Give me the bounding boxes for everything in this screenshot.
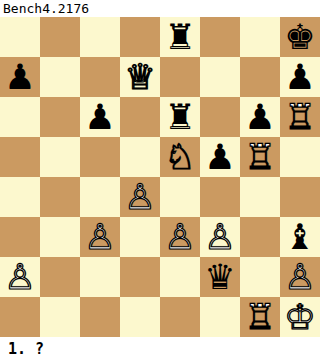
square-f2[interactable]: ♛ [200, 257, 240, 297]
piece-black-pawn[interactable]: ♟ [84, 97, 115, 137]
square-d1[interactable] [120, 297, 160, 337]
square-c3[interactable]: ♙ [80, 217, 120, 257]
piece-white-rook[interactable]: ♖ [244, 137, 275, 177]
piece-black-pawn[interactable]: ♟ [244, 97, 275, 137]
square-e1[interactable] [160, 297, 200, 337]
square-b2[interactable] [40, 257, 80, 297]
square-e5[interactable]: ♘ [160, 137, 200, 177]
square-c1[interactable] [80, 297, 120, 337]
square-a8[interactable] [0, 17, 40, 57]
square-a7[interactable]: ♟ [0, 57, 40, 97]
square-b1[interactable] [40, 297, 80, 337]
square-g6[interactable]: ♟ [240, 97, 280, 137]
position-title: Bench4.2176 [0, 0, 320, 17]
square-h6[interactable]: ♖ [280, 97, 320, 137]
square-h5[interactable] [280, 137, 320, 177]
square-a1[interactable] [0, 297, 40, 337]
square-e7[interactable] [160, 57, 200, 97]
piece-black-pawn[interactable]: ♟ [204, 137, 235, 177]
square-h3[interactable]: ♝ [280, 217, 320, 257]
square-g1[interactable]: ♖ [240, 297, 280, 337]
square-g5[interactable]: ♖ [240, 137, 280, 177]
piece-black-pawn[interactable]: ♟ [4, 57, 35, 97]
square-d8[interactable] [120, 17, 160, 57]
square-b5[interactable] [40, 137, 80, 177]
square-a4[interactable] [0, 177, 40, 217]
square-d3[interactable] [120, 217, 160, 257]
chess-board: ♜♚♟♕♟♟♜♟♖♘♟♖♙♙♙♙♝♙♛♙♖♔ [0, 17, 320, 337]
piece-white-knight[interactable]: ♘ [164, 137, 195, 177]
square-c4[interactable] [80, 177, 120, 217]
square-e6[interactable]: ♜ [160, 97, 200, 137]
square-d5[interactable] [120, 137, 160, 177]
piece-white-queen[interactable]: ♕ [124, 57, 155, 97]
square-b3[interactable] [40, 217, 80, 257]
square-d7[interactable]: ♕ [120, 57, 160, 97]
piece-black-pawn[interactable]: ♟ [284, 57, 315, 97]
square-g8[interactable] [240, 17, 280, 57]
square-a5[interactable] [0, 137, 40, 177]
square-a2[interactable]: ♙ [0, 257, 40, 297]
square-g4[interactable] [240, 177, 280, 217]
square-c7[interactable] [80, 57, 120, 97]
piece-black-king[interactable]: ♚ [284, 17, 315, 57]
piece-white-rook[interactable]: ♖ [284, 97, 315, 137]
square-b7[interactable] [40, 57, 80, 97]
square-f1[interactable] [200, 297, 240, 337]
square-e2[interactable] [160, 257, 200, 297]
square-f5[interactable]: ♟ [200, 137, 240, 177]
square-g7[interactable] [240, 57, 280, 97]
piece-black-rook[interactable]: ♜ [164, 17, 195, 57]
square-h8[interactable]: ♚ [280, 17, 320, 57]
square-h4[interactable] [280, 177, 320, 217]
square-f6[interactable] [200, 97, 240, 137]
square-b8[interactable] [40, 17, 80, 57]
square-e3[interactable]: ♙ [160, 217, 200, 257]
square-e8[interactable]: ♜ [160, 17, 200, 57]
piece-white-pawn[interactable]: ♙ [164, 217, 195, 257]
square-a6[interactable] [0, 97, 40, 137]
piece-white-king[interactable]: ♔ [284, 297, 315, 337]
piece-white-pawn[interactable]: ♙ [4, 257, 35, 297]
piece-white-pawn[interactable]: ♙ [204, 217, 235, 257]
square-d4[interactable]: ♙ [120, 177, 160, 217]
piece-white-pawn[interactable]: ♙ [124, 177, 155, 217]
square-c2[interactable] [80, 257, 120, 297]
square-f3[interactable]: ♙ [200, 217, 240, 257]
square-f7[interactable] [200, 57, 240, 97]
piece-white-rook[interactable]: ♖ [244, 297, 275, 337]
square-d6[interactable] [120, 97, 160, 137]
piece-white-pawn[interactable]: ♙ [84, 217, 115, 257]
move-prompt: 1. ? [0, 337, 320, 360]
square-b4[interactable] [40, 177, 80, 217]
square-h7[interactable]: ♟ [280, 57, 320, 97]
square-g3[interactable] [240, 217, 280, 257]
square-h2[interactable]: ♙ [280, 257, 320, 297]
square-f4[interactable] [200, 177, 240, 217]
piece-black-rook[interactable]: ♜ [164, 97, 195, 137]
piece-white-pawn[interactable]: ♙ [284, 257, 315, 297]
piece-black-bishop[interactable]: ♝ [284, 217, 315, 257]
square-e4[interactable] [160, 177, 200, 217]
square-c5[interactable] [80, 137, 120, 177]
square-g2[interactable] [240, 257, 280, 297]
square-c6[interactable]: ♟ [80, 97, 120, 137]
square-c8[interactable] [80, 17, 120, 57]
square-b6[interactable] [40, 97, 80, 137]
piece-black-queen[interactable]: ♛ [204, 257, 235, 297]
square-f8[interactable] [200, 17, 240, 57]
square-h1[interactable]: ♔ [280, 297, 320, 337]
square-d2[interactable] [120, 257, 160, 297]
square-a3[interactable] [0, 217, 40, 257]
